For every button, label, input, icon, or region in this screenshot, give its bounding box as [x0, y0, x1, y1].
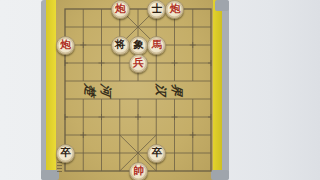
piece-black-elephant[interactable]: 象	[129, 36, 148, 55]
piece-red-soldier[interactable]: 兵	[129, 54, 148, 73]
piece-layer: 炮士炮炮将象馬兵卒卒帥	[56, 0, 220, 180]
piece-black-general[interactable]: 将	[111, 36, 130, 55]
photo-scene: 楚河 汉界 炮士炮炮将象馬兵卒卒帥	[0, 0, 320, 180]
piece-red-cannon[interactable]: 炮	[111, 0, 130, 19]
piece-red-horse[interactable]: 馬	[147, 36, 166, 55]
piece-red-general[interactable]: 帥	[129, 162, 148, 180]
piece-red-cannon[interactable]: 炮	[165, 0, 184, 19]
piece-black-soldier[interactable]: 卒	[147, 144, 166, 163]
piece-red-cannon[interactable]: 炮	[56, 36, 75, 55]
piece-black-advisor[interactable]: 士	[147, 0, 166, 19]
piece-black-soldier[interactable]: 卒	[56, 144, 75, 163]
